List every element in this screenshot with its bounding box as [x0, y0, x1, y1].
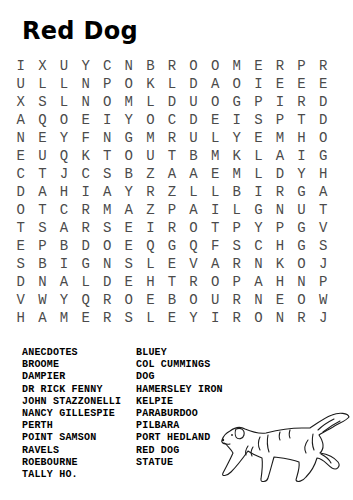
word-list-item: KELPIE [136, 396, 223, 408]
grid-cell-r4c11: I [226, 111, 248, 129]
grid-cell-r14c5: R [96, 291, 118, 309]
grid-cell-r4c2: Q [32, 111, 54, 129]
word-list-item: TALLY HO. [22, 469, 136, 481]
grid-cell-r5c6: G [118, 129, 140, 147]
grid-cell-r1c9: O [183, 57, 205, 75]
grid-cell-r14c1: V [10, 291, 32, 309]
word-list-column-2: BLUEYCOL CUMMINGSDOGHAMERSLEY IRONKELPIE… [136, 347, 223, 481]
grid-cell-r9c7: Z [140, 201, 162, 219]
grid-cell-r14c3: Y [53, 291, 75, 309]
grid-cell-r8c9: L [183, 183, 205, 201]
grid-cell-r2c9: D [183, 75, 205, 93]
grid-cell-r1c5: C [96, 57, 118, 75]
grid-cell-r5c3: Y [53, 129, 75, 147]
grid-cell-r7c4: C [75, 165, 97, 183]
grid-cell-r1c13: R [269, 57, 291, 75]
grid-cell-r9c10: I [204, 201, 226, 219]
grid-cell-r3c5: O [96, 93, 118, 111]
grid-cell-r11c1: E [10, 237, 32, 255]
grid-cell-r4c10: E [204, 111, 226, 129]
grid-cell-r12c13: K [269, 255, 291, 273]
grid-cell-r13c14: N [291, 273, 313, 291]
grid-cell-r5c8: R [161, 129, 183, 147]
grid-cell-r13c9: R [183, 273, 205, 291]
grid-cell-r3c7: L [140, 93, 162, 111]
word-list-item: DR RICK FENNY [22, 384, 136, 396]
grid-cell-r13c7: H [140, 273, 162, 291]
grid-cell-r7c11: M [226, 165, 248, 183]
grid-cell-r10c13: P [269, 219, 291, 237]
grid-cell-r8c13: R [269, 183, 291, 201]
grid-cell-r15c8: E [161, 309, 183, 327]
grid-cell-r12c8: E [161, 255, 183, 273]
grid-cell-r6c7: U [140, 147, 162, 165]
grid-cell-r15c13: N [269, 309, 291, 327]
grid-cell-r11c13: H [269, 237, 291, 255]
grid-cell-r7c12: L [248, 165, 270, 183]
word-list-item: RAVELS [22, 445, 136, 457]
word-list-column-1: ANECDOTESBROOMEDAMPIERDR RICK FENNYJOHN … [22, 347, 136, 481]
grid-cell-r6c15: G [312, 147, 334, 165]
grid-cell-r11c6: E [118, 237, 140, 255]
word-list-item: PERTH [22, 420, 136, 432]
grid-cell-r1c1: I [10, 57, 32, 75]
grid-cell-r12c15: J [312, 255, 334, 273]
grid-cell-r14c8: B [161, 291, 183, 309]
grid-cell-r4c12: S [248, 111, 270, 129]
grid-cell-r10c15: V [312, 219, 334, 237]
grid-cell-r4c3: O [53, 111, 75, 129]
grid-cell-r15c10: I [204, 309, 226, 327]
grid-cell-r4c4: E [75, 111, 97, 129]
grid-cell-r11c4: D [75, 237, 97, 255]
grid-cell-r6c10: M [204, 147, 226, 165]
grid-cell-r11c7: Q [140, 237, 162, 255]
grid-cell-r1c6: N [118, 57, 140, 75]
grid-cell-r5c11: Y [226, 129, 248, 147]
grid-cell-r10c2: S [32, 219, 54, 237]
word-list-item: ANECDOTES [22, 347, 136, 359]
grid-cell-r4c5: I [96, 111, 118, 129]
grid-cell-r15c3: M [53, 309, 75, 327]
grid-cell-r6c8: T [161, 147, 183, 165]
grid-cell-r7c14: Y [291, 165, 313, 183]
word-list-item: NANCY GILLESPIE [22, 408, 136, 420]
grid-cell-r7c7: Z [140, 165, 162, 183]
grid-cell-r6c5: T [96, 147, 118, 165]
grid-cell-r5c14: H [291, 129, 313, 147]
grid-cell-r13c13: H [269, 273, 291, 291]
grid-cell-r13c5: D [96, 273, 118, 291]
grid-cell-r13c1: D [10, 273, 32, 291]
grid-cell-r4c1: A [10, 111, 32, 129]
grid-cell-r5c15: O [312, 129, 334, 147]
grid-cell-r13c8: T [161, 273, 183, 291]
grid-cell-r3c12: P [248, 93, 270, 111]
grid-cell-r3c11: G [226, 93, 248, 111]
grid-cell-r14c7: E [140, 291, 162, 309]
grid-cell-r13c3: A [53, 273, 75, 291]
grid-cell-r8c15: A [312, 183, 334, 201]
grid-cell-r3c4: N [75, 93, 97, 111]
grid-cell-r2c15: E [312, 75, 334, 93]
word-list-item: DOG [136, 371, 223, 383]
dog-clipart [212, 404, 353, 494]
grid-cell-r10c8: R [161, 219, 183, 237]
word-list-item: DAMPIER [22, 371, 136, 383]
grid-cell-r8c7: R [140, 183, 162, 201]
grid-cell-r9c14: U [291, 201, 313, 219]
grid-cell-r12c12: N [248, 255, 270, 273]
grid-cell-r6c6: O [118, 147, 140, 165]
grid-cell-r3c9: U [183, 93, 205, 111]
grid-cell-r9c11: L [226, 201, 248, 219]
grid-cell-r8c1: D [10, 183, 32, 201]
grid-cell-r9c1: O [10, 201, 32, 219]
grid-cell-r7c3: J [53, 165, 75, 183]
grid-cell-r12c6: S [118, 255, 140, 273]
grid-cell-r1c4: Y [75, 57, 97, 75]
grid-cell-r3c3: L [53, 93, 75, 111]
grid-cell-r7c6: B [118, 165, 140, 183]
grid-cell-r5c13: M [269, 129, 291, 147]
grid-cell-r10c11: P [226, 219, 248, 237]
grid-cell-r7c15: H [312, 165, 334, 183]
grid-cell-r9c12: G [248, 201, 270, 219]
grid-cell-r13c10: O [204, 273, 226, 291]
grid-cell-r15c14: R [291, 309, 313, 327]
page-title: Red Dog [22, 17, 138, 45]
grid-cell-r4c9: D [183, 111, 205, 129]
grid-cell-r6c13: A [269, 147, 291, 165]
grid-cell-r15c5: R [96, 309, 118, 327]
grid-cell-r7c5: S [96, 165, 118, 183]
grid-cell-r12c14: O [291, 255, 313, 273]
grid-cell-r13c2: N [32, 273, 54, 291]
grid-cell-r2c6: O [118, 75, 140, 93]
grid-cell-r10c7: I [140, 219, 162, 237]
grid-cell-r13c6: E [118, 273, 140, 291]
grid-cell-r15c1: H [10, 309, 32, 327]
grid-cell-r5c2: E [32, 129, 54, 147]
word-list-item: ROEBOURNE [22, 457, 136, 469]
grid-cell-r9c15: T [312, 201, 334, 219]
grid-cell-r14c10: U [204, 291, 226, 309]
grid-cell-r6c4: K [75, 147, 97, 165]
grid-cell-r12c9: V [183, 255, 205, 273]
grid-cell-r2c11: O [226, 75, 248, 93]
grid-cell-r2c1: U [10, 75, 32, 93]
grid-cell-r3c13: I [269, 93, 291, 111]
grid-cell-r6c2: U [32, 147, 54, 165]
grid-cell-r3c2: S [32, 93, 54, 111]
grid-cell-r1c14: P [291, 57, 313, 75]
grid-cell-r12c4: G [75, 255, 97, 273]
grid-cell-r8c4: I [75, 183, 97, 201]
grid-cell-r12c7: L [140, 255, 162, 273]
grid-cell-r5c4: F [75, 129, 97, 147]
grid-cell-r1c12: E [248, 57, 270, 75]
grid-cell-r1c2: X [32, 57, 54, 75]
word-list: ANECDOTESBROOMEDAMPIERDR RICK FENNYJOHN … [22, 347, 223, 481]
grid-cell-r1c8: R [161, 57, 183, 75]
grid-cell-r4c7: O [140, 111, 162, 129]
grid-cell-r9c4: R [75, 201, 97, 219]
grid-cell-r10c12: Y [248, 219, 270, 237]
grid-cell-r3c8: D [161, 93, 183, 111]
grid-cell-r5c1: N [10, 129, 32, 147]
word-list-item: PORT HEDLAND [136, 432, 223, 444]
grid-cell-r8c2: A [32, 183, 54, 201]
grid-cell-r2c3: L [53, 75, 75, 93]
grid-cell-r1c15: R [312, 57, 334, 75]
word-list-item: PARABURDOO [136, 408, 223, 420]
grid-cell-r11c3: B [53, 237, 75, 255]
word-list-item: COL CUMMINGS [136, 359, 223, 371]
grid-cell-r12c1: S [10, 255, 32, 273]
grid-cell-r2c10: A [204, 75, 226, 93]
grid-cell-r10c14: G [291, 219, 313, 237]
grid-cell-r7c9: A [183, 165, 205, 183]
grid-cell-r1c7: B [140, 57, 162, 75]
grid-cell-r5c10: L [204, 129, 226, 147]
word-search-grid: IXUYCNBROOMERPRULLNPOKLDAOIEEEXSLNOMLDUO… [10, 57, 334, 327]
grid-cell-r11c11: S [226, 237, 248, 255]
grid-cell-r14c9: O [183, 291, 205, 309]
word-list-item: RED DOG [136, 445, 223, 457]
grid-cell-r11c5: O [96, 237, 118, 255]
word-search-worksheet: Red Dog IXUYCNBROOMERPRULLNPOKLDAOIEEEXS… [0, 0, 353, 500]
grid-cell-r4c13: P [269, 111, 291, 129]
word-list-item: JOHN STAZZONELLI [22, 396, 136, 408]
grid-cell-r10c10: T [204, 219, 226, 237]
grid-cell-r4c14: T [291, 111, 313, 129]
grid-cell-r7c2: T [32, 165, 54, 183]
grid-cell-r3c14: R [291, 93, 313, 111]
grid-cell-r9c9: A [183, 201, 205, 219]
grid-cell-r11c10: F [204, 237, 226, 255]
grid-cell-r15c6: S [118, 309, 140, 327]
grid-cell-r7c8: A [161, 165, 183, 183]
grid-cell-r3c10: O [204, 93, 226, 111]
grid-cell-r8c12: I [248, 183, 270, 201]
grid-cell-r6c9: B [183, 147, 205, 165]
grid-cell-r14c13: E [269, 291, 291, 309]
grid-cell-r15c2: A [32, 309, 54, 327]
word-list-item: HAMERSLEY IRON [136, 384, 223, 396]
grid-cell-r2c5: P [96, 75, 118, 93]
grid-cell-r3c6: M [118, 93, 140, 111]
grid-cell-r11c15: S [312, 237, 334, 255]
grid-cell-r8c11: B [226, 183, 248, 201]
grid-cell-r3c15: D [312, 93, 334, 111]
grid-cell-r10c1: T [10, 219, 32, 237]
grid-cell-r7c1: C [10, 165, 32, 183]
grid-cell-r7c10: E [204, 165, 226, 183]
grid-cell-r10c3: A [53, 219, 75, 237]
grid-cell-r15c9: Y [183, 309, 205, 327]
grid-cell-r5c12: E [248, 129, 270, 147]
grid-cell-r8c10: L [204, 183, 226, 201]
grid-cell-r15c15: J [312, 309, 334, 327]
grid-cell-r15c12: O [248, 309, 270, 327]
grid-cell-r1c11: M [226, 57, 248, 75]
grid-cell-r12c2: B [32, 255, 54, 273]
grid-cell-r1c10: O [204, 57, 226, 75]
grid-cell-r14c4: Q [75, 291, 97, 309]
grid-cell-r9c2: T [32, 201, 54, 219]
grid-cell-r12c5: N [96, 255, 118, 273]
grid-cell-r2c12: I [248, 75, 270, 93]
grid-cell-r14c15: W [312, 291, 334, 309]
grid-cell-r11c2: P [32, 237, 54, 255]
grid-cell-r13c15: P [312, 273, 334, 291]
grid-cell-r4c6: Y [118, 111, 140, 129]
grid-cell-r8c8: Z [161, 183, 183, 201]
grid-cell-r11c12: C [248, 237, 270, 255]
grid-cell-r2c13: E [269, 75, 291, 93]
grid-cell-r13c4: L [75, 273, 97, 291]
word-list-item: STATUE [136, 457, 223, 469]
grid-cell-r15c11: R [226, 309, 248, 327]
grid-cell-r12c10: A [204, 255, 226, 273]
grid-cell-r2c14: E [291, 75, 313, 93]
grid-cell-r8c6: Y [118, 183, 140, 201]
grid-cell-r9c8: P [161, 201, 183, 219]
word-list-item: BROOME [22, 359, 136, 371]
grid-cell-r11c9: Q [183, 237, 205, 255]
grid-cell-r15c4: E [75, 309, 97, 327]
grid-cell-r5c7: M [140, 129, 162, 147]
grid-cell-r4c15: D [312, 111, 334, 129]
grid-cell-r10c9: O [183, 219, 205, 237]
word-list-item: POINT SAMSON [22, 432, 136, 444]
word-list-item: PILBARA [136, 420, 223, 432]
grid-cell-r2c8: L [161, 75, 183, 93]
grid-cell-r14c12: N [248, 291, 270, 309]
grid-cell-r12c11: R [226, 255, 248, 273]
grid-cell-r9c13: N [269, 201, 291, 219]
word-list-item: BLUEY [136, 347, 223, 359]
grid-cell-r6c14: I [291, 147, 313, 165]
grid-cell-r10c6: E [118, 219, 140, 237]
grid-cell-r11c14: G [291, 237, 313, 255]
grid-cell-r6c11: K [226, 147, 248, 165]
grid-cell-r9c6: A [118, 201, 140, 219]
grid-cell-r5c9: U [183, 129, 205, 147]
grid-cell-r13c12: A [248, 273, 270, 291]
grid-cell-r11c8: G [161, 237, 183, 255]
grid-cell-r8c3: H [53, 183, 75, 201]
grid-cell-r8c14: G [291, 183, 313, 201]
grid-cell-r9c5: M [96, 201, 118, 219]
grid-cell-r15c7: L [140, 309, 162, 327]
grid-cell-r13c11: P [226, 273, 248, 291]
grid-cell-r3c1: X [10, 93, 32, 111]
grid-cell-r4c8: C [161, 111, 183, 129]
grid-cell-r12c3: I [53, 255, 75, 273]
grid-cell-r14c14: O [291, 291, 313, 309]
grid-cell-r2c2: L [32, 75, 54, 93]
grid-cell-r6c1: E [10, 147, 32, 165]
grid-cell-r14c2: W [32, 291, 54, 309]
grid-cell-r5c5: N [96, 129, 118, 147]
grid-cell-r10c4: R [75, 219, 97, 237]
grid-cell-r7c13: D [269, 165, 291, 183]
grid-cell-r8c5: A [96, 183, 118, 201]
grid-cell-r1c3: U [53, 57, 75, 75]
grid-cell-r9c3: C [53, 201, 75, 219]
grid-cell-r2c7: K [140, 75, 162, 93]
grid-cell-r14c11: R [226, 291, 248, 309]
grid-cell-r6c3: Q [53, 147, 75, 165]
grid-cell-r2c4: N [75, 75, 97, 93]
grid-cell-r6c12: L [248, 147, 270, 165]
grid-cell-r10c5: S [96, 219, 118, 237]
grid-cell-r14c6: O [118, 291, 140, 309]
